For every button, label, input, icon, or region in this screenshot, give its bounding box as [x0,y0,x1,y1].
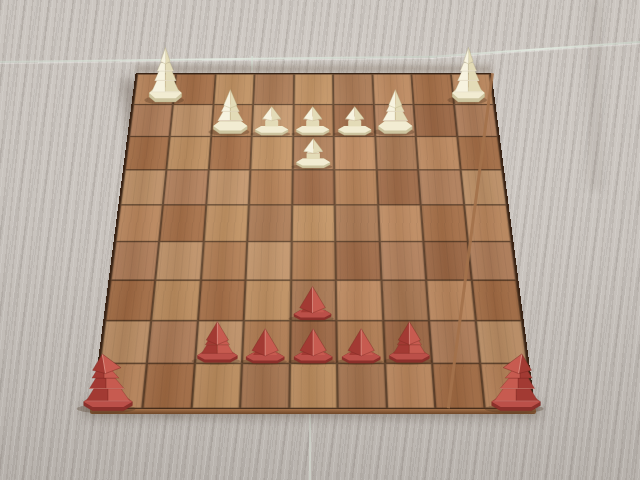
piece-ivory-pyramid-f2[interactable] [333,98,376,138]
piece-red-pyramid-e8[interactable] [288,321,338,366]
piece-ivory-tall-pyramid-g2[interactable] [373,83,418,137]
piece-ivory-pyramid-e3[interactable] [291,130,335,171]
piece-red-tall-pyramid-g8[interactable] [383,315,436,366]
piece-ivory-tower-i1[interactable] [447,43,490,106]
pieces-layer [0,0,640,480]
piece-red-tower-i9[interactable] [484,350,548,415]
piece-red-tall-pyramid-c8[interactable] [191,315,244,366]
photo-scene [0,0,640,480]
piece-red-pyramid-e7[interactable] [288,279,337,323]
piece-red-pyramid-f8[interactable] [336,321,386,366]
piece-ivory-tower-a1[interactable] [144,43,187,106]
piece-ivory-tall-pyramid-c2[interactable] [208,83,253,137]
piece-ivory-pyramid-d2[interactable] [250,98,293,138]
piece-red-pyramid-d8[interactable] [240,321,290,366]
piece-red-tower-a9[interactable] [76,350,140,415]
